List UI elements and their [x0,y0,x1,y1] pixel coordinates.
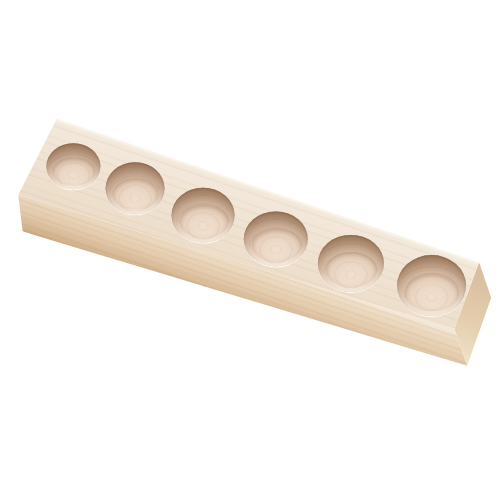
product-photo-scene [0,0,500,500]
pit-5[interactable] [318,235,384,292]
pit-6[interactable] [397,255,466,316]
pit-3[interactable] [172,188,235,243]
pit-4[interactable] [244,211,308,266]
pit-1[interactable] [47,143,101,189]
pit-2[interactable] [106,162,165,214]
mancala-board [0,112,500,439]
